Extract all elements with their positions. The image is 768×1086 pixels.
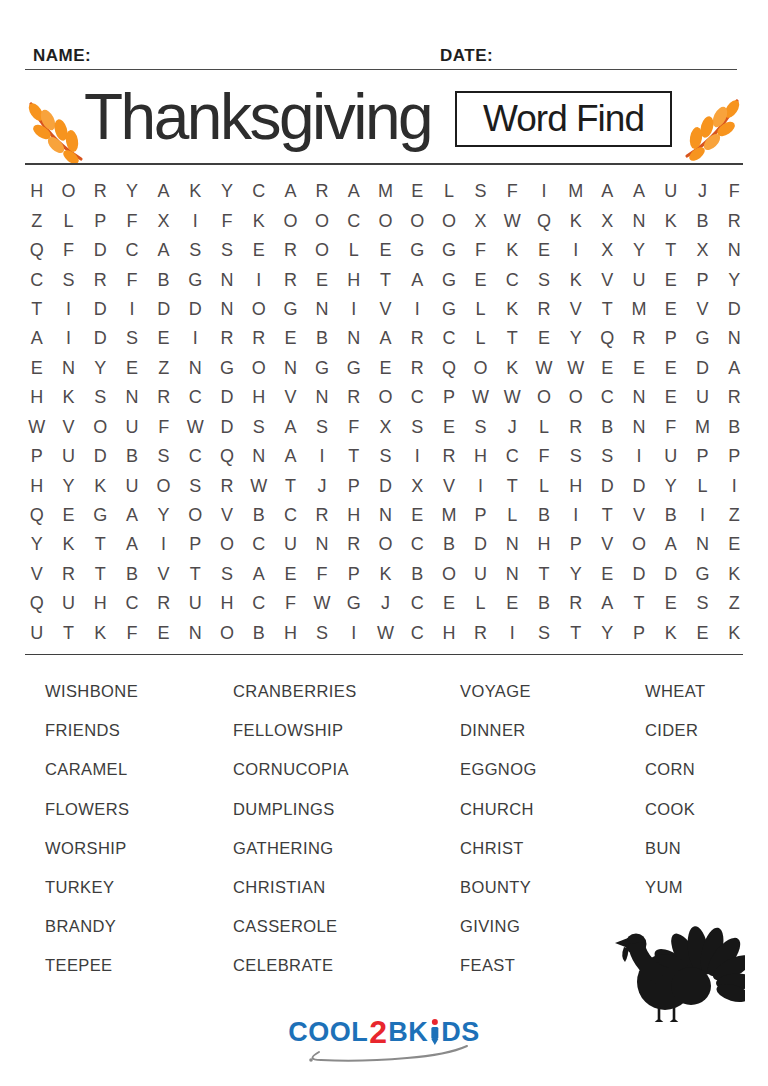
grid-cell: F [148, 413, 180, 442]
grid-cell: E [718, 530, 750, 559]
grid-cell: I [560, 501, 592, 530]
grid-cell: L [687, 471, 719, 500]
grid-cell: S [148, 442, 180, 471]
grid-cell: T [592, 295, 624, 324]
grid-cell: W [560, 354, 592, 383]
grid-cell: H [338, 265, 370, 294]
grid-cell: I [179, 324, 211, 353]
grid-cell: B [243, 619, 275, 648]
grid-cell: B [148, 265, 180, 294]
grid-cell: X [465, 206, 497, 235]
grid-cell: E [53, 501, 85, 530]
grid-cell: F [211, 206, 243, 235]
grid-cell: E [433, 589, 465, 618]
grid-cell: F [338, 413, 370, 442]
grid-cell: V [623, 501, 655, 530]
grid-cell: T [560, 619, 592, 648]
grid-cell: A [275, 177, 307, 206]
grid-cell: I [496, 619, 528, 648]
grid-cell: T [338, 442, 370, 471]
grid-cell: T [528, 560, 560, 589]
word-item: WHEAT [645, 672, 705, 711]
word-item: CIDER [645, 711, 705, 750]
grid-cell: K [718, 560, 750, 589]
subtitle-text: Word Find [483, 98, 644, 140]
word-item: CORNUCOPIA [233, 750, 357, 789]
grid-cell: A [148, 236, 180, 265]
grid-cell: W [243, 471, 275, 500]
grid-cell: O [433, 206, 465, 235]
leaf-branch-right-icon [684, 95, 742, 161]
grid-cell: N [116, 383, 148, 412]
grid-cell: S [370, 442, 402, 471]
grid-cell: H [21, 471, 53, 500]
grid-cell: Z [21, 206, 53, 235]
grid-cell: G [687, 560, 719, 589]
grid-cell: R [306, 501, 338, 530]
grid-cell: O [84, 413, 116, 442]
grid-cell: E [655, 354, 687, 383]
word-item: YUM [645, 868, 705, 907]
grid-cell: K [179, 177, 211, 206]
word-search-grid: HORYAKYCARAMELSFIMAAUJFZLPFXIFKOOCOOOXWQ… [21, 177, 750, 648]
grid-cell: Y [718, 265, 750, 294]
grid-cell: O [528, 383, 560, 412]
grid-cell: F [116, 206, 148, 235]
grid-cell: D [211, 413, 243, 442]
grid-cell: S [687, 589, 719, 618]
name-label: NAME: [33, 46, 91, 66]
grid-cell: I [623, 442, 655, 471]
grid-cell: L [465, 324, 497, 353]
grid-cell: S [116, 324, 148, 353]
grid-cell: G [211, 354, 243, 383]
word-item: FEAST [460, 946, 537, 985]
grid-cell: W [179, 413, 211, 442]
grid-cell: O [370, 206, 402, 235]
grid-cell: O [148, 471, 180, 500]
grid-cell: K [496, 354, 528, 383]
word-item: CARAMEL [45, 750, 138, 789]
grid-cell: E [687, 619, 719, 648]
grid-cell: M [560, 177, 592, 206]
grid-cell: P [433, 383, 465, 412]
grid-cell: Y [560, 560, 592, 589]
grid-cell: T [21, 295, 53, 324]
grid-cell: P [718, 442, 750, 471]
grid-cell: S [465, 177, 497, 206]
grid-cell: R [560, 589, 592, 618]
grid-cell: S [243, 413, 275, 442]
grid-cell: A [718, 354, 750, 383]
grid-cell: L [53, 206, 85, 235]
grid-cell: F [116, 619, 148, 648]
word-item: FELLOWSHIP [233, 711, 357, 750]
grid-cell: Y [84, 354, 116, 383]
logo-swoosh-icon [289, 1042, 479, 1064]
grid-cell: U [655, 177, 687, 206]
grid-cell: D [592, 471, 624, 500]
grid-cell: R [84, 265, 116, 294]
grid-cell: D [84, 295, 116, 324]
grid-cell: P [338, 471, 370, 500]
grid-cell: C [401, 619, 433, 648]
grid-cell: U [179, 589, 211, 618]
grid-cell: E [655, 265, 687, 294]
grid-cell: E [592, 560, 624, 589]
grid-cell: A [623, 177, 655, 206]
grid-cell: V [560, 295, 592, 324]
grid-cell: P [21, 442, 53, 471]
grid-cell: Z [718, 589, 750, 618]
grid-cell: H [21, 383, 53, 412]
grid-cell: C [243, 530, 275, 559]
grid-cell: R [243, 324, 275, 353]
grid-cell: P [623, 619, 655, 648]
page-title: Thanksgiving [84, 80, 431, 154]
name-date-underline [25, 69, 737, 70]
grid-cell: C [496, 442, 528, 471]
grid-cell: O [53, 177, 85, 206]
grid-cell: C [592, 383, 624, 412]
grid-cell: R [528, 295, 560, 324]
grid-cell: C [275, 501, 307, 530]
grid-cell: D [84, 442, 116, 471]
grid-cell: N [338, 324, 370, 353]
grid-cell: T [496, 471, 528, 500]
grid-cell: E [433, 413, 465, 442]
grid-cell: N [275, 354, 307, 383]
grid-cell: A [116, 501, 148, 530]
word-item: CHURCH [460, 790, 537, 829]
grid-cell: P [560, 530, 592, 559]
grid-cell: H [211, 589, 243, 618]
grid-cell: G [84, 501, 116, 530]
word-item: COOK [645, 790, 705, 829]
grid-cell: E [465, 265, 497, 294]
grid-cell: S [211, 236, 243, 265]
grid-cell: G [338, 354, 370, 383]
worksheet-page: NAME: DATE: Thanksgiving Word Find HORYA… [0, 0, 768, 1086]
grid-cell: H [338, 501, 370, 530]
grid-cell: I [718, 471, 750, 500]
grid-divider [25, 654, 743, 655]
grid-cell: R [211, 471, 243, 500]
grid-cell: B [592, 413, 624, 442]
grid-cell: R [338, 383, 370, 412]
grid-cell: K [53, 383, 85, 412]
word-list-column: WISHBONEFRIENDSCARAMELFLOWERSWORSHIPTURK… [45, 672, 138, 986]
grid-cell: E [370, 236, 402, 265]
grid-cell: C [401, 589, 433, 618]
grid-cell: K [560, 206, 592, 235]
grid-cell: I [465, 471, 497, 500]
grid-cell: K [560, 265, 592, 294]
turkey-icon [603, 922, 745, 1022]
grid-cell: B [116, 442, 148, 471]
grid-cell: A [116, 530, 148, 559]
grid-cell: P [687, 265, 719, 294]
word-item: BOUNTY [460, 868, 537, 907]
grid-cell: X [592, 236, 624, 265]
grid-cell: S [53, 265, 85, 294]
grid-cell: T [179, 560, 211, 589]
grid-cell: N [179, 354, 211, 383]
grid-cell: A [275, 442, 307, 471]
grid-cell: R [401, 324, 433, 353]
grid-cell: N [496, 530, 528, 559]
grid-cell: E [275, 560, 307, 589]
grid-cell: I [560, 236, 592, 265]
grid-cell: W [465, 383, 497, 412]
grid-cell: A [655, 530, 687, 559]
grid-cell: B [243, 501, 275, 530]
grid-cell: U [116, 413, 148, 442]
grid-cell: E [496, 589, 528, 618]
word-item: TURKEY [45, 868, 138, 907]
grid-cell: I [148, 530, 180, 559]
grid-cell: W [528, 354, 560, 383]
grid-cell: T [275, 471, 307, 500]
grid-cell: F [116, 265, 148, 294]
grid-cell: U [275, 530, 307, 559]
grid-cell: C [401, 383, 433, 412]
grid-cell: V [687, 295, 719, 324]
grid-cell: C [243, 589, 275, 618]
word-item: BRANDY [45, 907, 138, 946]
grid-cell: V [592, 265, 624, 294]
grid-cell: J [687, 177, 719, 206]
grid-cell: L [338, 236, 370, 265]
grid-cell: K [496, 236, 528, 265]
word-item: EGGNOG [460, 750, 537, 789]
grid-cell: N [370, 501, 402, 530]
grid-cell: S [560, 442, 592, 471]
grid-cell: W [496, 383, 528, 412]
grid-cell: N [623, 413, 655, 442]
grid-cell: C [433, 324, 465, 353]
grid-cell: S [592, 442, 624, 471]
grid-cell: L [528, 413, 560, 442]
grid-cell: R [718, 383, 750, 412]
grid-cell: W [496, 206, 528, 235]
grid-cell: W [370, 619, 402, 648]
word-list-column: CRANBERRIESFELLOWSHIPCORNUCOPIADUMPLINGS… [233, 672, 357, 986]
grid-cell: U [687, 383, 719, 412]
grid-cell: E [116, 354, 148, 383]
grid-cell: O [623, 530, 655, 559]
word-item: WISHBONE [45, 672, 138, 711]
grid-cell: U [53, 442, 85, 471]
grid-cell: S [306, 413, 338, 442]
grid-cell: C [243, 177, 275, 206]
grid-cell: E [623, 354, 655, 383]
grid-cell: G [338, 589, 370, 618]
grid-cell: I [243, 265, 275, 294]
grid-cell: K [655, 619, 687, 648]
word-item: VOYAGE [460, 672, 537, 711]
grid-cell: E [243, 236, 275, 265]
grid-cell: K [84, 471, 116, 500]
grid-cell: P [655, 324, 687, 353]
grid-cell: P [338, 560, 370, 589]
grid-cell: V [275, 383, 307, 412]
grid-cell: S [306, 619, 338, 648]
grid-cell: C [179, 442, 211, 471]
word-item: CORN [645, 750, 705, 789]
grid-cell: N [718, 236, 750, 265]
grid-cell: G [433, 265, 465, 294]
grid-cell: K [718, 619, 750, 648]
grid-cell: Q [21, 236, 53, 265]
grid-cell: O [370, 383, 402, 412]
grid-cell: G [275, 295, 307, 324]
grid-cell: O [465, 354, 497, 383]
grid-cell: Y [623, 236, 655, 265]
grid-cell: I [53, 324, 85, 353]
grid-cell: M [370, 177, 402, 206]
header-divider [25, 163, 743, 165]
grid-cell: E [655, 295, 687, 324]
grid-cell: T [592, 501, 624, 530]
word-item: DUMPLINGS [233, 790, 357, 829]
grid-cell: N [243, 442, 275, 471]
word-item: GATHERING [233, 829, 357, 868]
grid-cell: F [496, 177, 528, 206]
grid-cell: B [433, 530, 465, 559]
grid-cell: I [179, 206, 211, 235]
grid-cell: S [401, 413, 433, 442]
grid-cell: L [528, 471, 560, 500]
grid-cell: E [148, 619, 180, 648]
grid-cell: V [433, 471, 465, 500]
grid-cell: Q [528, 206, 560, 235]
grid-cell: S [528, 265, 560, 294]
grid-cell: T [623, 589, 655, 618]
word-item: CELEBRATE [233, 946, 357, 985]
date-label: DATE: [440, 46, 493, 66]
grid-cell: S [179, 236, 211, 265]
grid-cell: Y [211, 177, 243, 206]
grid-cell: N [211, 295, 243, 324]
grid-cell: R [338, 530, 370, 559]
grid-cell: E [528, 324, 560, 353]
grid-cell: A [592, 177, 624, 206]
word-item: CHRISTIAN [233, 868, 357, 907]
grid-cell: H [433, 619, 465, 648]
grid-cell: R [623, 324, 655, 353]
grid-cell: B [718, 413, 750, 442]
grid-cell: R [148, 383, 180, 412]
word-item: FLOWERS [45, 790, 138, 829]
grid-cell: V [370, 295, 402, 324]
grid-cell: U [116, 471, 148, 500]
grid-cell: I [116, 295, 148, 324]
word-item: CHRIST [460, 829, 537, 868]
grid-cell: Q [21, 501, 53, 530]
grid-cell: T [496, 324, 528, 353]
grid-cell: D [655, 560, 687, 589]
grid-cell: D [623, 471, 655, 500]
grid-cell: Y [592, 619, 624, 648]
grid-cell: C [338, 206, 370, 235]
grid-cell: X [687, 236, 719, 265]
grid-cell: Y [53, 471, 85, 500]
grid-cell: N [179, 619, 211, 648]
grid-cell: U [465, 560, 497, 589]
grid-cell: I [338, 295, 370, 324]
grid-cell: E [655, 383, 687, 412]
grid-cell: R [401, 354, 433, 383]
grid-cell: J [496, 413, 528, 442]
grid-cell: C [21, 265, 53, 294]
grid-cell: J [306, 471, 338, 500]
word-item: TEEPEE [45, 946, 138, 985]
grid-cell: E [21, 354, 53, 383]
grid-cell: D [718, 295, 750, 324]
grid-cell: X [592, 206, 624, 235]
grid-cell: V [21, 560, 53, 589]
grid-cell: I [306, 442, 338, 471]
grid-cell: Z [148, 354, 180, 383]
grid-cell: V [148, 560, 180, 589]
grid-cell: G [306, 354, 338, 383]
word-item: WORSHIP [45, 829, 138, 868]
grid-cell: M [623, 295, 655, 324]
grid-cell: R [306, 177, 338, 206]
grid-cell: K [53, 530, 85, 559]
grid-cell: G [179, 265, 211, 294]
grid-cell: B [401, 560, 433, 589]
grid-cell: N [306, 295, 338, 324]
grid-cell: R [211, 324, 243, 353]
grid-cell: L [433, 177, 465, 206]
grid-cell: G [687, 324, 719, 353]
grid-cell: T [84, 560, 116, 589]
grid-cell: U [53, 589, 85, 618]
grid-cell: O [211, 530, 243, 559]
grid-cell: C [179, 383, 211, 412]
grid-cell: V [53, 413, 85, 442]
grid-cell: S [528, 619, 560, 648]
grid-cell: O [275, 206, 307, 235]
grid-cell: R [275, 265, 307, 294]
grid-cell: D [179, 295, 211, 324]
grid-cell: L [496, 501, 528, 530]
grid-cell: I [401, 442, 433, 471]
grid-cell: W [306, 589, 338, 618]
grid-cell: O [433, 560, 465, 589]
grid-cell: W [21, 413, 53, 442]
grid-cell: I [528, 177, 560, 206]
grid-cell: B [687, 206, 719, 235]
grid-cell: E [370, 354, 402, 383]
grid-cell: A [370, 324, 402, 353]
grid-cell: Q [433, 354, 465, 383]
grid-cell: L [465, 589, 497, 618]
grid-cell: H [528, 530, 560, 559]
grid-cell: Q [592, 324, 624, 353]
grid-cell: E [401, 501, 433, 530]
grid-cell: E [148, 324, 180, 353]
grid-cell: C [496, 265, 528, 294]
grid-cell: E [275, 324, 307, 353]
grid-cell: F [53, 236, 85, 265]
grid-cell: R [718, 206, 750, 235]
grid-cell: F [275, 589, 307, 618]
grid-cell: P [179, 530, 211, 559]
grid-cell: K [84, 619, 116, 648]
